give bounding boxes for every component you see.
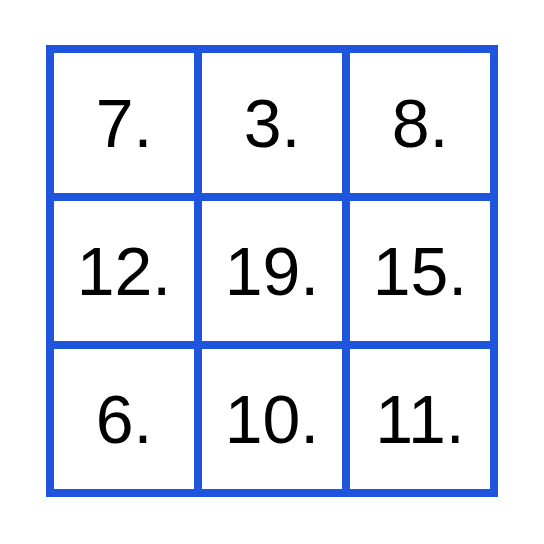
cell-number: 19. bbox=[225, 237, 320, 305]
cell-r3c1[interactable]: 6. bbox=[54, 349, 194, 489]
bingo-board: 7. 3. 8. 12. 19. 15. 6. 10. 11. bbox=[46, 45, 498, 497]
cell-r2c2[interactable]: 19. bbox=[202, 201, 342, 341]
cell-r1c3[interactable]: 8. bbox=[350, 53, 490, 193]
cell-number: 15. bbox=[373, 237, 468, 305]
cell-number: 7. bbox=[96, 89, 153, 157]
cell-number: 8. bbox=[392, 89, 449, 157]
cell-r2c3[interactable]: 15. bbox=[350, 201, 490, 341]
cell-r2c1[interactable]: 12. bbox=[54, 201, 194, 341]
cell-r3c2[interactable]: 10. bbox=[202, 349, 342, 489]
cell-r1c1[interactable]: 7. bbox=[54, 53, 194, 193]
cell-r3c3[interactable]: 11. bbox=[350, 349, 490, 489]
cell-number: 6. bbox=[96, 385, 153, 453]
cell-number: 3. bbox=[244, 89, 301, 157]
cell-number: 10. bbox=[225, 385, 320, 453]
cell-number: 12. bbox=[77, 237, 172, 305]
cell-number: 11. bbox=[375, 385, 464, 453]
cell-r1c2[interactable]: 3. bbox=[202, 53, 342, 193]
